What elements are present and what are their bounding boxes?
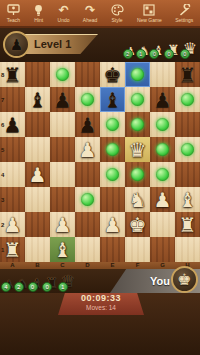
legal-move-dot[interactable] xyxy=(131,68,144,81)
opponent-avatar: ♟ xyxy=(3,31,30,58)
player-avatar: ♚ xyxy=(171,266,198,293)
palette-icon xyxy=(111,4,124,17)
teach-icon xyxy=(7,4,20,17)
square-e8[interactable]: ♚ xyxy=(100,62,125,87)
piece-white-bishop: ♝ xyxy=(179,190,197,210)
square-a8[interactable]: 8♜ xyxy=(0,62,25,87)
square-g2[interactable] xyxy=(150,212,175,237)
piece-white-pawn: ♟ xyxy=(79,140,97,160)
piece-black-pawn: ♟ xyxy=(154,90,172,110)
style-label: Style xyxy=(112,17,123,23)
square-e6[interactable] xyxy=(100,112,125,137)
piece-white-king: ♚ xyxy=(129,215,147,235)
piece-white-bishop: ♝ xyxy=(54,240,72,260)
new-game-button[interactable]: New Game xyxy=(137,4,162,23)
square-c2[interactable]: ♟ xyxy=(50,212,75,237)
captured-white-knight: ♞1 xyxy=(139,45,150,57)
captured-white-queen: ♛0 xyxy=(183,41,197,57)
legal-move-dot[interactable] xyxy=(106,118,119,131)
square-d1[interactable] xyxy=(75,237,100,262)
game-timer: 00:09:33 xyxy=(58,293,144,304)
player-bar: ♟4♞2♝0♜0♛1 You ♚ xyxy=(0,269,200,293)
captured-count-badge: 1 xyxy=(136,49,146,59)
square-g6[interactable] xyxy=(150,112,175,137)
captured-count-badge: 0 xyxy=(42,282,52,292)
teach-label: Teach xyxy=(7,17,20,23)
file-label-b: B xyxy=(25,262,50,269)
square-a3[interactable]: 3 xyxy=(0,187,25,212)
square-b8[interactable] xyxy=(25,62,50,87)
chess-board: 8♜♚♜7♝♟♝♟6♟♟5♟♛4♟3♞♟♝2♟♟♟♚♜1♜♝ xyxy=(0,62,200,262)
captured-black-knight: ♞2 xyxy=(17,278,28,290)
square-h5[interactable] xyxy=(175,137,200,162)
teach-button[interactable]: Teach xyxy=(7,4,20,23)
file-label-g: G xyxy=(150,262,175,269)
square-h6[interactable] xyxy=(175,112,200,137)
piece-white-pawn: ♟ xyxy=(154,190,172,210)
square-c1[interactable]: ♝ xyxy=(50,237,75,262)
square-b4[interactable]: ♟ xyxy=(25,162,50,187)
square-b5[interactable] xyxy=(25,137,50,162)
square-g1[interactable] xyxy=(150,237,175,262)
captured-white-pawn: ♟2 xyxy=(126,46,136,57)
piece-black-pawn: ♟ xyxy=(79,115,97,135)
square-c7[interactable]: ♟ xyxy=(50,87,75,112)
square-f6[interactable] xyxy=(125,112,150,137)
ahead-button[interactable]: ↷ Ahead xyxy=(83,4,97,23)
rank-label-1: 1 xyxy=(1,247,4,253)
piece-white-knight: ♞ xyxy=(129,190,147,210)
piece-black-bishop: ♝ xyxy=(104,90,122,110)
captured-count-badge: 2 xyxy=(123,49,133,59)
captured-count-badge: 4 xyxy=(1,282,11,292)
captured-count-badge: 0 xyxy=(28,282,38,292)
captured-count-badge: 0 xyxy=(149,49,159,59)
captured-count-badge: 2 xyxy=(14,282,24,292)
legal-move-dot[interactable] xyxy=(81,193,94,206)
settings-label: Settings xyxy=(175,17,193,23)
piece-black-rook: ♜ xyxy=(179,65,197,85)
piece-white-pawn: ♟ xyxy=(29,165,47,185)
square-g8[interactable] xyxy=(150,62,175,87)
square-c6[interactable] xyxy=(50,112,75,137)
square-h2[interactable]: ♜ xyxy=(175,212,200,237)
square-d3[interactable] xyxy=(75,187,100,212)
square-h7[interactable] xyxy=(175,87,200,112)
square-d5[interactable]: ♟ xyxy=(75,137,100,162)
square-b1[interactable] xyxy=(25,237,50,262)
square-e4[interactable] xyxy=(100,162,125,187)
white-king-avatar-icon: ♚ xyxy=(177,270,191,289)
square-g3[interactable]: ♟ xyxy=(150,187,175,212)
rank-label-5: 5 xyxy=(1,147,4,153)
square-a6[interactable]: 6♟ xyxy=(0,112,25,137)
wrench-icon xyxy=(178,4,191,17)
square-h4[interactable] xyxy=(175,162,200,187)
legal-move-dot[interactable] xyxy=(56,68,69,81)
rank-label-3: 3 xyxy=(1,197,4,203)
redo-arrow-icon: ↷ xyxy=(85,4,95,17)
legal-move-dot[interactable] xyxy=(156,168,169,181)
square-a4[interactable]: 4 xyxy=(0,162,25,187)
legal-move-dot[interactable] xyxy=(131,93,144,106)
piece-black-bishop: ♝ xyxy=(29,90,47,110)
ahead-label: Ahead xyxy=(83,17,97,23)
square-e2[interactable]: ♟ xyxy=(100,212,125,237)
rank-label-4: 4 xyxy=(1,172,4,178)
new-game-board-icon xyxy=(143,4,155,17)
legal-move-dot[interactable] xyxy=(156,143,169,156)
square-d6[interactable]: ♟ xyxy=(75,112,100,137)
square-g4[interactable] xyxy=(150,162,175,187)
square-c8[interactable] xyxy=(50,62,75,87)
legal-move-dot[interactable] xyxy=(106,168,119,181)
piece-white-pawn: ♟ xyxy=(104,215,122,235)
square-e3[interactable] xyxy=(100,187,125,212)
hint-button[interactable]: Hint xyxy=(33,4,44,23)
chess-app: Teach Hint ↶ Undo ↷ Ahead Style New Gam xyxy=(0,0,200,355)
square-g7[interactable]: ♟ xyxy=(150,87,175,112)
file-label-a: A xyxy=(0,262,25,269)
legal-move-dot[interactable] xyxy=(131,168,144,181)
captured-white-tray: ♟2♞1♝0♜0♛0 xyxy=(126,41,197,57)
rank-label-7: 7 xyxy=(1,97,4,103)
toolbar: Teach Hint ↶ Undo ↷ Ahead Style New Gam xyxy=(0,0,200,28)
square-h8[interactable]: ♜ xyxy=(175,62,200,87)
legal-move-dot[interactable] xyxy=(131,118,144,131)
file-labels: ABCDEFGH xyxy=(0,262,200,269)
piece-black-king: ♚ xyxy=(104,65,122,85)
new-game-label: New Game xyxy=(137,17,162,23)
square-c3[interactable] xyxy=(50,187,75,212)
file-label-f: F xyxy=(125,262,150,269)
captured-white-bishop: ♝0 xyxy=(152,44,164,57)
captured-black-tray: ♟4♞2♝0♜0♛1 xyxy=(4,274,75,290)
square-a1[interactable]: 1♜ xyxy=(0,237,25,262)
rank-label-6: 6 xyxy=(1,122,4,128)
square-b3[interactable] xyxy=(25,187,50,212)
rank-label-8: 8 xyxy=(1,72,4,78)
opponent-bar: Level 1 ♟ ♟2♞1♝0♜0♛0 xyxy=(0,28,200,62)
square-d4[interactable] xyxy=(75,162,100,187)
square-f8[interactable] xyxy=(125,62,150,87)
square-a5[interactable]: 5 xyxy=(0,137,25,162)
captured-black-queen: ♛1 xyxy=(61,274,75,290)
legal-move-dot[interactable] xyxy=(181,93,194,106)
undo-arrow-icon: ↶ xyxy=(59,4,69,17)
piece-white-rook: ♜ xyxy=(4,240,22,260)
square-f7[interactable] xyxy=(125,87,150,112)
captured-count-badge: 0 xyxy=(180,49,190,59)
footer: 00:09:33 Moves: 14 xyxy=(0,293,200,355)
piece-white-queen: ♛ xyxy=(129,140,147,160)
square-e1[interactable] xyxy=(100,237,125,262)
square-h1[interactable] xyxy=(175,237,200,262)
file-label-d: D xyxy=(75,262,100,269)
piece-white-pawn: ♟ xyxy=(54,215,72,235)
square-h3[interactable]: ♝ xyxy=(175,187,200,212)
square-f5[interactable]: ♛ xyxy=(125,137,150,162)
piece-white-rook: ♜ xyxy=(179,215,197,235)
hint-label: Hint xyxy=(34,17,43,23)
square-a7[interactable]: 7 xyxy=(0,87,25,112)
piece-black-pawn: ♟ xyxy=(4,115,22,135)
piece-black-rook: ♜ xyxy=(4,65,22,85)
settings-button[interactable]: Settings xyxy=(175,4,193,23)
square-d7[interactable] xyxy=(75,87,100,112)
square-a2[interactable]: 2♟ xyxy=(0,212,25,237)
timer-panel: 00:09:33 Moves: 14 xyxy=(58,293,144,315)
captured-count-badge: 1 xyxy=(58,282,68,292)
piece-white-pawn: ♟ xyxy=(4,215,22,235)
piece-black-pawn: ♟ xyxy=(54,90,72,110)
legal-move-dot[interactable] xyxy=(106,143,119,156)
square-b6[interactable] xyxy=(25,112,50,137)
square-g5[interactable] xyxy=(150,137,175,162)
square-f2[interactable]: ♚ xyxy=(125,212,150,237)
file-label-c: C xyxy=(50,262,75,269)
move-counter: Moves: 14 xyxy=(58,304,144,312)
square-c5[interactable] xyxy=(50,137,75,162)
captured-count-badge: 0 xyxy=(164,49,174,59)
captured-black-pawn: ♟4 xyxy=(4,279,14,290)
legal-move-dot[interactable] xyxy=(181,143,194,156)
legal-move-dot[interactable] xyxy=(81,93,94,106)
square-e7[interactable]: ♝ xyxy=(100,87,125,112)
undo-label: Undo xyxy=(58,17,70,23)
square-f1[interactable] xyxy=(125,237,150,262)
file-label-e: E xyxy=(100,262,125,269)
square-f3[interactable]: ♞ xyxy=(125,187,150,212)
rank-label-2: 2 xyxy=(1,222,4,228)
legal-move-dot[interactable] xyxy=(156,118,169,131)
square-b2[interactable] xyxy=(25,212,50,237)
captured-white-rook: ♜0 xyxy=(167,43,180,57)
undo-button[interactable]: ↶ Undo xyxy=(58,4,70,23)
square-c4[interactable] xyxy=(50,162,75,187)
captured-black-rook: ♜0 xyxy=(45,276,58,290)
square-b7[interactable]: ♝ xyxy=(25,87,50,112)
lightbulb-icon xyxy=(33,4,44,17)
square-f4[interactable] xyxy=(125,162,150,187)
square-d8[interactable] xyxy=(75,62,100,87)
square-e5[interactable] xyxy=(100,137,125,162)
square-d2[interactable] xyxy=(75,212,100,237)
style-button[interactable]: Style xyxy=(111,4,124,23)
captured-black-bishop: ♝0 xyxy=(31,277,43,290)
black-pawn-avatar-icon: ♟ xyxy=(10,36,23,54)
